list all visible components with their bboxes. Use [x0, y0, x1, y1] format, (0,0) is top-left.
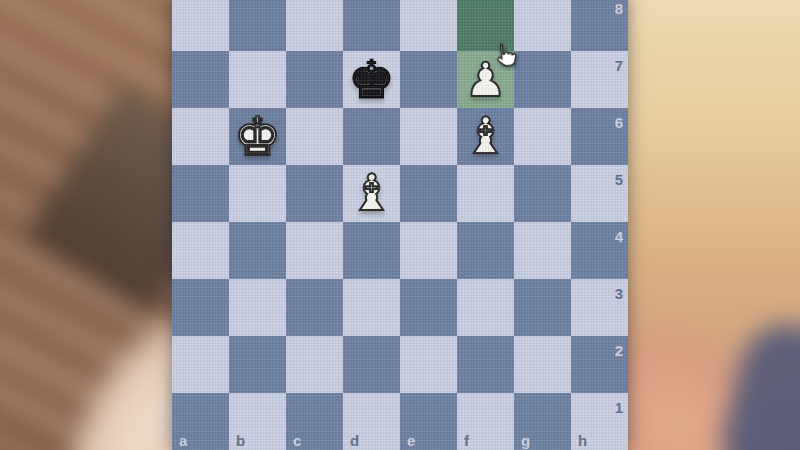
- square-e7[interactable]: [400, 51, 457, 108]
- square-g7[interactable]: [514, 51, 571, 108]
- square-f3[interactable]: [457, 279, 514, 336]
- square-b7[interactable]: [229, 51, 286, 108]
- piece-white-bishop[interactable]: ♝: [463, 108, 508, 165]
- square-d8[interactable]: [343, 0, 400, 51]
- square-h1[interactable]: [571, 393, 628, 450]
- square-b6[interactable]: ♚: [229, 108, 286, 165]
- square-h3[interactable]: [571, 279, 628, 336]
- square-b1[interactable]: [229, 393, 286, 450]
- square-g5[interactable]: [514, 165, 571, 222]
- square-c3[interactable]: [286, 279, 343, 336]
- piece-white-bishop[interactable]: ♝: [349, 165, 394, 222]
- square-a2[interactable]: [172, 336, 229, 393]
- square-e2[interactable]: [400, 336, 457, 393]
- square-d4[interactable]: [343, 222, 400, 279]
- square-a6[interactable]: [172, 108, 229, 165]
- square-f1[interactable]: [457, 393, 514, 450]
- square-a1[interactable]: [172, 393, 229, 450]
- square-c1[interactable]: [286, 393, 343, 450]
- hand-pointer-cursor: [489, 40, 520, 75]
- square-e3[interactable]: [400, 279, 457, 336]
- piece-black-king[interactable]: ♚: [348, 51, 396, 108]
- square-c5[interactable]: [286, 165, 343, 222]
- square-f4[interactable]: [457, 222, 514, 279]
- square-h4[interactable]: [571, 222, 628, 279]
- square-c6[interactable]: [286, 108, 343, 165]
- chess-board: ♚♟♚♝♝abcdefgh87654321: [172, 0, 628, 450]
- square-e6[interactable]: [400, 108, 457, 165]
- square-e8[interactable]: [400, 0, 457, 51]
- square-b8[interactable]: [229, 0, 286, 51]
- square-h7[interactable]: [571, 51, 628, 108]
- square-b4[interactable]: [229, 222, 286, 279]
- square-d7[interactable]: ♚: [343, 51, 400, 108]
- square-c7[interactable]: [286, 51, 343, 108]
- square-e1[interactable]: [400, 393, 457, 450]
- square-d2[interactable]: [343, 336, 400, 393]
- square-f5[interactable]: [457, 165, 514, 222]
- square-g8[interactable]: [514, 0, 571, 51]
- square-a3[interactable]: [172, 279, 229, 336]
- square-b5[interactable]: [229, 165, 286, 222]
- square-b3[interactable]: [229, 279, 286, 336]
- square-g6[interactable]: [514, 108, 571, 165]
- square-d3[interactable]: [343, 279, 400, 336]
- square-h6[interactable]: [571, 108, 628, 165]
- square-a8[interactable]: [172, 0, 229, 51]
- square-d5[interactable]: ♝: [343, 165, 400, 222]
- square-a7[interactable]: [172, 51, 229, 108]
- square-g1[interactable]: [514, 393, 571, 450]
- square-h8[interactable]: [571, 0, 628, 51]
- square-g3[interactable]: [514, 279, 571, 336]
- square-b2[interactable]: [229, 336, 286, 393]
- square-d1[interactable]: [343, 393, 400, 450]
- square-c8[interactable]: [286, 0, 343, 51]
- piece-white-king[interactable]: ♚: [234, 108, 282, 165]
- square-f6[interactable]: ♝: [457, 108, 514, 165]
- square-e4[interactable]: [400, 222, 457, 279]
- square-d6[interactable]: [343, 108, 400, 165]
- square-e5[interactable]: [400, 165, 457, 222]
- square-g2[interactable]: [514, 336, 571, 393]
- square-h2[interactable]: [571, 336, 628, 393]
- square-g4[interactable]: [514, 222, 571, 279]
- square-a5[interactable]: [172, 165, 229, 222]
- square-c4[interactable]: [286, 222, 343, 279]
- square-a4[interactable]: [172, 222, 229, 279]
- square-c2[interactable]: [286, 336, 343, 393]
- square-f2[interactable]: [457, 336, 514, 393]
- square-h5[interactable]: [571, 165, 628, 222]
- screenshot-stage: ♚♟♚♝♝abcdefgh87654321: [0, 0, 800, 450]
